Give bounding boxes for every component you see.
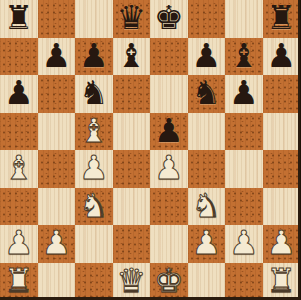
square-b1[interactable] bbox=[38, 263, 76, 300]
white-bishop-icon: ♝ bbox=[4, 150, 34, 186]
white-pawn-icon: ♟ bbox=[41, 225, 71, 261]
square-d3[interactable] bbox=[113, 188, 151, 226]
square-g5[interactable] bbox=[225, 113, 263, 151]
square-d4[interactable] bbox=[113, 150, 151, 188]
square-f7[interactable]: ♟ bbox=[188, 38, 226, 76]
white-pawn-icon: ♟ bbox=[229, 225, 259, 261]
black-bishop-icon: ♝ bbox=[229, 38, 259, 74]
square-g4[interactable] bbox=[225, 150, 263, 188]
white-pawn-icon: ♟ bbox=[4, 225, 34, 261]
square-d5[interactable] bbox=[113, 113, 151, 151]
square-e2[interactable] bbox=[150, 225, 188, 263]
square-a7[interactable] bbox=[0, 38, 38, 76]
square-b6[interactable] bbox=[38, 75, 76, 113]
square-b7[interactable]: ♟ bbox=[38, 38, 76, 76]
square-h2[interactable]: ♟ bbox=[263, 225, 301, 263]
black-bishop-icon: ♝ bbox=[116, 38, 146, 74]
square-b4[interactable] bbox=[38, 150, 76, 188]
square-g1[interactable] bbox=[225, 263, 263, 300]
square-c7[interactable]: ♟ bbox=[75, 38, 113, 76]
square-d2[interactable] bbox=[113, 225, 151, 263]
white-pawn-icon: ♟ bbox=[191, 225, 221, 261]
square-c3[interactable]: ♞ bbox=[75, 188, 113, 226]
black-queen-icon: ♛ bbox=[116, 0, 146, 36]
square-f6[interactable]: ♞ bbox=[188, 75, 226, 113]
square-a3[interactable] bbox=[0, 188, 38, 226]
square-b3[interactable] bbox=[38, 188, 76, 226]
white-bishop-icon: ♝ bbox=[79, 113, 109, 149]
square-d1[interactable]: ♛ bbox=[113, 263, 151, 300]
square-h5[interactable] bbox=[263, 113, 301, 151]
square-a8[interactable]: ♜ bbox=[0, 0, 38, 38]
square-a5[interactable] bbox=[0, 113, 38, 151]
white-pawn-icon: ♟ bbox=[79, 150, 109, 186]
square-a6[interactable]: ♟ bbox=[0, 75, 38, 113]
black-rook-icon: ♜ bbox=[266, 0, 296, 36]
black-pawn-icon: ♟ bbox=[229, 75, 259, 111]
square-g7[interactable]: ♝ bbox=[225, 38, 263, 76]
square-b8[interactable] bbox=[38, 0, 76, 38]
square-c2[interactable] bbox=[75, 225, 113, 263]
square-e6[interactable] bbox=[150, 75, 188, 113]
square-h7[interactable]: ♟ bbox=[263, 38, 301, 76]
square-b2[interactable]: ♟ bbox=[38, 225, 76, 263]
square-f3[interactable]: ♞ bbox=[188, 188, 226, 226]
square-g8[interactable] bbox=[225, 0, 263, 38]
square-c6[interactable]: ♞ bbox=[75, 75, 113, 113]
black-pawn-icon: ♟ bbox=[154, 113, 184, 149]
square-e8[interactable]: ♚ bbox=[150, 0, 188, 38]
square-h8[interactable]: ♜ bbox=[263, 0, 301, 38]
square-e7[interactable] bbox=[150, 38, 188, 76]
black-pawn-icon: ♟ bbox=[41, 38, 71, 74]
black-knight-icon: ♞ bbox=[79, 75, 109, 111]
white-rook-icon: ♜ bbox=[266, 263, 296, 299]
black-rook-icon: ♜ bbox=[4, 0, 34, 36]
square-d8[interactable]: ♛ bbox=[113, 0, 151, 38]
black-pawn-icon: ♟ bbox=[266, 38, 296, 74]
square-g3[interactable] bbox=[225, 188, 263, 226]
square-e3[interactable] bbox=[150, 188, 188, 226]
square-h6[interactable] bbox=[263, 75, 301, 113]
square-c1[interactable] bbox=[75, 263, 113, 300]
square-c4[interactable]: ♟ bbox=[75, 150, 113, 188]
white-knight-icon: ♞ bbox=[191, 188, 221, 224]
square-h1[interactable]: ♜ bbox=[263, 263, 301, 300]
square-d6[interactable] bbox=[113, 75, 151, 113]
square-f5[interactable] bbox=[188, 113, 226, 151]
square-e1[interactable]: ♚ bbox=[150, 263, 188, 300]
square-h4[interactable] bbox=[263, 150, 301, 188]
square-g2[interactable]: ♟ bbox=[225, 225, 263, 263]
white-knight-icon: ♞ bbox=[79, 188, 109, 224]
square-g6[interactable]: ♟ bbox=[225, 75, 263, 113]
square-f8[interactable] bbox=[188, 0, 226, 38]
black-knight-icon: ♞ bbox=[191, 75, 221, 111]
chess-board-wrapper: ♜♛♚♜♟♟♝♟♝♟♟♞♞♟♝♟♝♟♟♞♞♟♟♟♟♟♜♛♚♜ bbox=[0, 0, 300, 300]
square-f2[interactable]: ♟ bbox=[188, 225, 226, 263]
square-h3[interactable] bbox=[263, 188, 301, 226]
square-e4[interactable]: ♟ bbox=[150, 150, 188, 188]
square-f1[interactable] bbox=[188, 263, 226, 300]
square-c8[interactable] bbox=[75, 0, 113, 38]
square-f4[interactable] bbox=[188, 150, 226, 188]
white-pawn-icon: ♟ bbox=[266, 225, 296, 261]
square-b5[interactable] bbox=[38, 113, 76, 151]
black-pawn-icon: ♟ bbox=[4, 75, 34, 111]
white-king-icon: ♚ bbox=[154, 263, 184, 299]
square-e5[interactable]: ♟ bbox=[150, 113, 188, 151]
square-a2[interactable]: ♟ bbox=[0, 225, 38, 263]
white-queen-icon: ♛ bbox=[116, 263, 146, 299]
white-rook-icon: ♜ bbox=[4, 263, 34, 299]
black-king-icon: ♚ bbox=[154, 0, 184, 36]
black-pawn-icon: ♟ bbox=[191, 38, 221, 74]
square-d7[interactable]: ♝ bbox=[113, 38, 151, 76]
white-pawn-icon: ♟ bbox=[154, 150, 184, 186]
square-a4[interactable]: ♝ bbox=[0, 150, 38, 188]
chess-board: ♜♛♚♜♟♟♝♟♝♟♟♞♞♟♝♟♝♟♟♞♞♟♟♟♟♟♜♛♚♜ bbox=[0, 0, 300, 300]
square-c5[interactable]: ♝ bbox=[75, 113, 113, 151]
black-pawn-icon: ♟ bbox=[79, 38, 109, 74]
square-a1[interactable]: ♜ bbox=[0, 263, 38, 300]
